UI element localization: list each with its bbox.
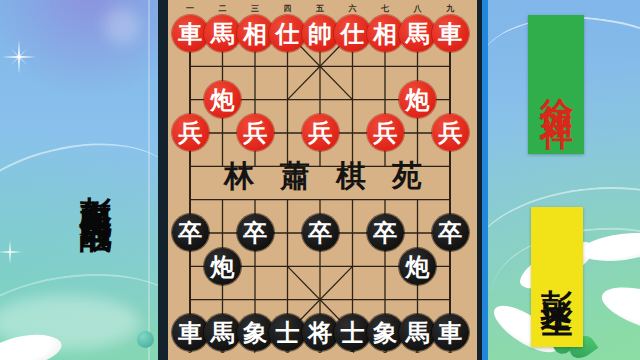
piece-red-仕[interactable]: 仕 — [269, 15, 306, 52]
river-watermark-char: 棋 — [336, 156, 366, 197]
piece-black-卒[interactable]: 卒 — [302, 214, 339, 251]
piece-red-車[interactable]: 車 — [432, 15, 469, 52]
piece-black-象[interactable]: 象 — [367, 314, 404, 351]
piece-black-卒[interactable]: 卒 — [367, 214, 404, 251]
river-watermark-char: 苑 — [392, 156, 422, 197]
xiangqi-board: 林蕭棋苑 一二三四五六七八九987654321車馬相仕帥仕相馬車炮炮兵兵兵兵兵卒… — [168, 0, 477, 360]
piece-red-仕[interactable]: 仕 — [334, 15, 371, 52]
river-watermark-char: 林 — [224, 156, 254, 197]
board-frame-left — [158, 0, 168, 360]
piece-black-象[interactable]: 象 — [237, 314, 274, 351]
player-name-top: 徐如祥 — [528, 15, 584, 154]
piece-red-兵[interactable]: 兵 — [367, 114, 404, 151]
board-frame-accent — [482, 0, 488, 360]
piece-red-馬[interactable]: 馬 — [399, 15, 436, 52]
player-name-bottom: 彭述圣 — [531, 207, 583, 347]
player-top-label: 徐如祥 — [534, 71, 579, 98]
piece-red-相[interactable]: 相 — [367, 15, 404, 52]
piece-black-車[interactable]: 車 — [172, 314, 209, 351]
piece-red-炮[interactable]: 炮 — [204, 81, 241, 118]
piece-black-車[interactable]: 車 — [432, 314, 469, 351]
player-bottom-label: 彭述圣 — [535, 264, 579, 291]
piece-black-将[interactable]: 将 — [302, 314, 339, 351]
piece-red-相[interactable]: 相 — [237, 15, 274, 52]
piece-red-兵[interactable]: 兵 — [302, 114, 339, 151]
file-label-top: 九 — [442, 3, 458, 14]
video-title-banner: 彭高棋九回合闪电战 — [72, 16, 120, 352]
file-label-top: 八 — [410, 3, 426, 14]
sparkle-icon — [0, 240, 22, 264]
piece-red-兵[interactable]: 兵 — [172, 114, 209, 151]
piece-black-炮[interactable]: 炮 — [399, 248, 436, 285]
piece-black-炮[interactable]: 炮 — [204, 248, 241, 285]
file-label-top: 七 — [377, 3, 393, 14]
file-label-top: 三 — [247, 3, 263, 14]
file-label-top: 四 — [280, 3, 296, 14]
river-watermark-char: 蕭 — [280, 156, 310, 197]
piece-red-兵[interactable]: 兵 — [237, 114, 274, 151]
screenshot-stage: 彭高棋九回合闪电战 林蕭棋苑 一二三四五六七八九987654321車馬相仕帥仕相… — [0, 0, 640, 360]
piece-black-卒[interactable]: 卒 — [172, 214, 209, 251]
bubble-dot — [137, 331, 154, 348]
piece-red-兵[interactable]: 兵 — [432, 114, 469, 151]
piece-red-馬[interactable]: 馬 — [204, 15, 241, 52]
file-label-top: 六 — [345, 3, 361, 14]
piece-red-炮[interactable]: 炮 — [399, 81, 436, 118]
file-label-top: 五 — [312, 3, 328, 14]
file-label-top: 一 — [182, 3, 198, 14]
piece-red-帥[interactable]: 帥 — [302, 15, 339, 52]
sparkle-icon — [2, 40, 36, 74]
file-label-top: 二 — [215, 3, 231, 14]
piece-red-車[interactable]: 車 — [172, 15, 209, 52]
river-watermark: 林蕭棋苑 — [224, 158, 422, 194]
piece-black-卒[interactable]: 卒 — [237, 214, 274, 251]
piece-black-卒[interactable]: 卒 — [432, 214, 469, 251]
